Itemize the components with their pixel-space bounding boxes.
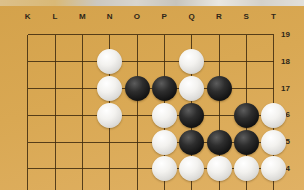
intersection-L14[interactable] [42,156,69,183]
intersection-K19[interactable] [14,22,41,49]
grid-stub-T [260,182,287,190]
intersection-K14[interactable] [14,156,41,183]
grid-stub-S [233,182,260,190]
intersection-M18[interactable] [69,48,96,75]
intersection-M19[interactable] [69,22,96,49]
intersection-S19[interactable] [233,22,260,49]
intersection-N19[interactable] [96,22,123,49]
stone-black-Q16 [179,103,204,128]
grid-stub-O [124,182,151,190]
stone-white-T16 [261,103,286,128]
stone-black-R17 [207,76,232,101]
intersection-O15[interactable] [124,129,151,156]
stone-black-Q15 [179,130,204,155]
grid-stub-K [14,182,41,190]
stone-black-S15 [234,130,259,155]
go-board-grid[interactable] [14,22,287,190]
intersection-O19[interactable] [124,22,151,49]
intersection-S17[interactable] [233,75,260,102]
grid-stub-L [42,182,69,190]
intersection-K15[interactable] [14,129,41,156]
stone-white-R14 [207,156,232,181]
intersection-Q19[interactable] [178,22,205,49]
stone-black-R15 [207,130,232,155]
grid-stub-P [151,182,178,190]
intersection-M14[interactable] [69,156,96,183]
intersection-L18[interactable] [42,48,69,75]
stone-white-P15 [152,130,177,155]
intersection-M17[interactable] [69,75,96,102]
intersection-M16[interactable] [69,102,96,129]
intersection-K18[interactable] [14,48,41,75]
intersection-S18[interactable] [233,48,260,75]
intersection-N15[interactable] [96,129,123,156]
intersection-M15[interactable] [69,129,96,156]
intersection-K17[interactable] [14,75,41,102]
intersection-T17[interactable] [260,75,287,102]
stone-black-S16 [234,103,259,128]
intersection-O18[interactable] [124,48,151,75]
intersection-L16[interactable] [42,102,69,129]
top-edge-blur-strip [0,0,304,6]
intersection-P19[interactable] [151,22,178,49]
stone-white-P16 [152,103,177,128]
stone-black-O17 [125,76,150,101]
intersection-L19[interactable] [42,22,69,49]
intersection-T18[interactable] [260,48,287,75]
intersection-L17[interactable] [42,75,69,102]
intersection-R19[interactable] [205,22,232,49]
intersection-K16[interactable] [14,102,41,129]
stone-black-P17 [152,76,177,101]
grid-stub-R [205,182,232,190]
intersection-O16[interactable] [124,102,151,129]
grid-stub-M [69,182,96,190]
intersection-L15[interactable] [42,129,69,156]
intersection-T19[interactable] [260,22,287,49]
grid-stub-N [96,182,123,190]
stone-white-T15 [261,130,286,155]
go-app-screen: KLMNOPQRST 191817161514 [0,0,304,190]
intersection-P18[interactable] [151,48,178,75]
grid-stub-Q [178,182,205,190]
intersection-R16[interactable] [205,102,232,129]
intersection-O14[interactable] [124,156,151,183]
intersection-R18[interactable] [205,48,232,75]
intersection-N14[interactable] [96,156,123,183]
